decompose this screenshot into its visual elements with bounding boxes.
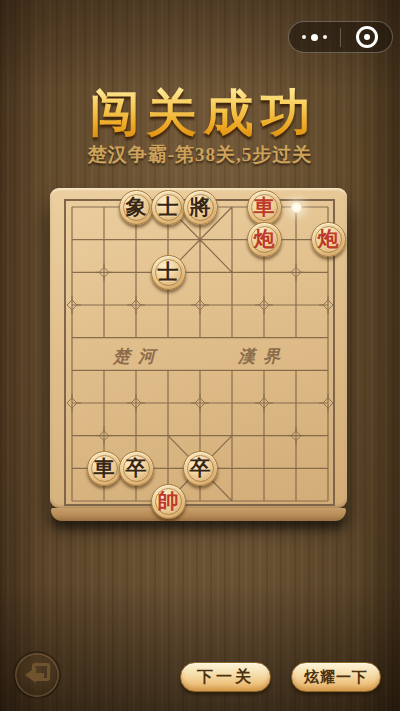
wood-background: 闯关成功 楚汉争霸-第38关,5步过关 楚河 漢界 象士將車炮炮士車卒卒帥 下一… (0, 0, 400, 711)
piece-red[interactable]: 炮 (311, 222, 346, 257)
return-arrow-icon (25, 663, 51, 687)
page-title: 闯关成功 (0, 80, 400, 147)
more-dots-icon (311, 34, 318, 41)
piece-black[interactable]: 象 (119, 190, 154, 225)
piece-black[interactable]: 卒 (119, 451, 154, 486)
piece-red[interactable]: 車 (247, 190, 282, 225)
more-button[interactable] (289, 34, 340, 41)
piece-black[interactable]: 士 (151, 255, 186, 290)
last-move-marker (291, 202, 302, 213)
river-label-left: 楚河 (102, 345, 174, 368)
piece-black[interactable]: 將 (183, 190, 218, 225)
next-level-button[interactable]: 下一关 (180, 662, 271, 692)
xiangqi-board: 楚河 漢界 象士將車炮炮士車卒卒帥 (50, 188, 347, 508)
more-dots-icon (323, 35, 327, 39)
circle-target-icon (356, 26, 378, 48)
piece-black[interactable]: 士 (151, 190, 186, 225)
level-subtitle: 楚汉争霸-第38关,5步过关 (0, 142, 400, 168)
wechat-capsule (288, 21, 393, 53)
river-label-right: 漢界 (227, 345, 299, 368)
show-off-button[interactable]: 炫耀一下 (291, 662, 381, 692)
piece-red[interactable]: 炮 (247, 222, 282, 257)
back-button[interactable] (13, 651, 61, 699)
piece-black[interactable]: 車 (87, 451, 122, 486)
exit-button[interactable] (341, 26, 392, 48)
piece-black[interactable]: 卒 (183, 451, 218, 486)
piece-red[interactable]: 帥 (151, 484, 186, 519)
more-dots-icon (302, 35, 306, 39)
